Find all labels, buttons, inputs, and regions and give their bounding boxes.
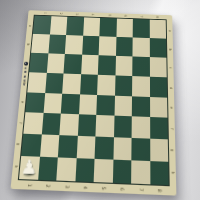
chessboard: CHESS 12345678 12345678 abcdefgh abcdefg… [11,10,177,195]
square-f6[interactable] [113,116,131,138]
coord-label: 1 [26,183,31,187]
square-g7[interactable] [131,138,149,161]
square-d2[interactable] [45,73,64,94]
square-h5[interactable] [94,159,113,183]
square-a8[interactable] [149,20,166,39]
coord-label: 4 [82,186,87,190]
coord-label: 8 [156,189,161,193]
square-h6[interactable] [112,160,131,184]
square-d6[interactable] [115,75,133,96]
square-e6[interactable] [114,95,132,116]
coord-label: f [170,128,174,130]
square-c5[interactable] [98,55,116,75]
square-e8[interactable] [150,97,168,119]
coord-label: b [26,43,30,45]
square-f2[interactable] [41,113,60,135]
square-e2[interactable] [43,93,62,114]
coord-label: c [169,67,173,69]
coord-label: 5 [100,186,105,190]
white-pawn[interactable]: ♟ [19,148,42,179]
coord-label: a [28,25,32,27]
board-grid: ♟ [18,15,170,187]
photo-background: CHESS 12345678 12345678 abcdefgh abcdefg… [0,0,200,200]
square-c8[interactable] [149,57,166,77]
coord-label: 1 [42,12,45,14]
coord-label: 6 [123,15,126,17]
square-a7[interactable] [133,19,150,38]
square-h8[interactable] [150,161,169,185]
square-e4[interactable] [78,94,97,115]
square-b2[interactable] [48,34,66,53]
square-h3[interactable] [56,158,76,182]
square-f5[interactable] [95,115,114,137]
square-d5[interactable] [97,74,115,95]
square-c4[interactable] [81,54,99,74]
square-a4[interactable] [83,17,100,36]
square-c6[interactable] [115,56,132,76]
coord-label: a [168,30,172,32]
square-c2[interactable] [46,53,64,73]
coord-label: 2 [45,184,50,188]
square-b4[interactable] [82,36,100,55]
square-a2[interactable] [49,16,67,35]
coord-label: 2 [58,12,61,14]
square-f4[interactable] [77,115,96,137]
coord-label: 3 [74,13,77,15]
coord-label: 3 [63,185,68,189]
square-b3[interactable] [65,35,83,54]
coord-label: e [169,107,173,109]
square-a5[interactable] [99,18,116,37]
square-c3[interactable] [64,54,82,74]
square-d8[interactable] [149,76,167,97]
coord-label: d [169,87,173,89]
square-e3[interactable] [61,93,80,114]
coord-label: 6 [119,187,124,191]
square-g6[interactable] [113,137,132,160]
coord-label: 4 [90,14,93,16]
white-pawn-glyph: ♟ [21,158,38,177]
square-b1[interactable] [31,34,49,53]
square-d7[interactable] [132,76,150,97]
square-a6[interactable] [116,18,133,37]
square-h4[interactable] [75,158,95,182]
brand-text: CHESS [22,66,28,87]
square-h7[interactable] [131,160,150,184]
square-g4[interactable] [76,136,95,159]
brand-knight-icon [24,62,28,65]
square-f8[interactable] [150,117,168,139]
square-e7[interactable] [132,96,150,117]
square-g3[interactable] [58,135,78,158]
coord-label: g [170,149,174,152]
coord-label: h [171,171,175,174]
square-g8[interactable] [150,139,169,162]
square-e1[interactable] [25,92,44,113]
coord-label: f [18,122,22,124]
coord-label: 7 [137,188,142,192]
square-d1[interactable] [27,72,46,93]
coord-label: 8 [155,16,158,18]
square-d4[interactable] [80,74,98,95]
square-c1[interactable] [29,53,48,73]
square-b8[interactable] [149,38,166,58]
square-f1[interactable] [23,113,43,135]
square-f7[interactable] [132,117,150,139]
coord-label: h [14,165,18,168]
coord-label: 5 [107,14,110,16]
square-f3[interactable] [59,114,78,136]
square-b5[interactable] [99,36,116,55]
coord-label: g [16,143,20,146]
coord-label: 7 [139,15,142,17]
square-g5[interactable] [95,137,114,160]
chessboard-mat: CHESS 12345678 12345678 abcdefgh abcdefg… [11,10,177,195]
coord-label: e [20,101,24,103]
square-b7[interactable] [132,37,149,56]
square-g2[interactable] [39,135,59,158]
square-d3[interactable] [62,73,81,94]
square-e5[interactable] [96,95,114,116]
square-c7[interactable] [132,56,149,76]
square-b6[interactable] [116,37,133,56]
square-a1[interactable] [33,16,51,35]
square-a3[interactable] [66,17,84,36]
coord-label: b [168,48,172,50]
